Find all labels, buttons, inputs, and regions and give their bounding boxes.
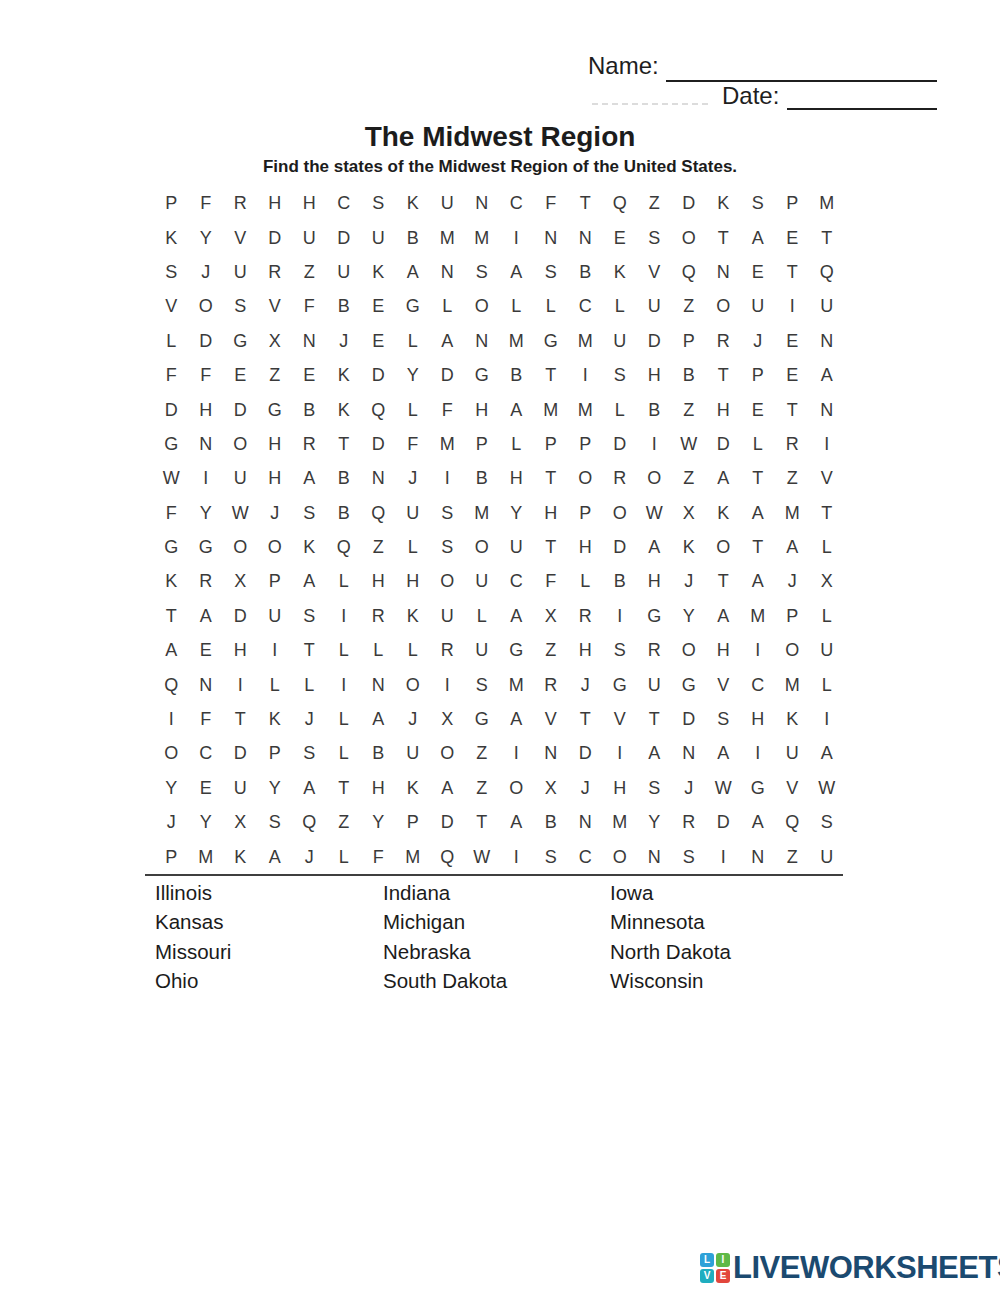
grid-cell-r20c15[interactable]: N — [637, 839, 672, 873]
grid-cell-r8c4[interactable]: H — [258, 427, 293, 461]
grid-cell-r19c6[interactable]: Z — [327, 805, 362, 839]
grid-cell-r1c15[interactable]: Z — [637, 186, 672, 220]
grid-cell-r11c15[interactable]: A — [637, 530, 672, 564]
grid-cell-r17c11[interactable]: I — [499, 736, 534, 770]
grid-cell-r7c13[interactable]: M — [568, 392, 603, 426]
grid-cell-r10c17[interactable]: K — [706, 496, 741, 530]
grid-cell-r15c8[interactable]: O — [396, 667, 431, 701]
grid-cell-r17c18[interactable]: I — [741, 736, 776, 770]
grid-cell-r19c1[interactable]: J — [154, 805, 189, 839]
grid-cell-r6c3[interactable]: E — [223, 358, 258, 392]
grid-cell-r12c12[interactable]: F — [534, 564, 569, 598]
grid-cell-r14c4[interactable]: I — [258, 633, 293, 667]
grid-cell-r1c5[interactable]: H — [292, 186, 327, 220]
grid-cell-r15c17[interactable]: V — [706, 667, 741, 701]
grid-cell-r5c7[interactable]: E — [361, 324, 396, 358]
grid-cell-r20c1[interactable]: P — [154, 839, 189, 873]
grid-cell-r13c18[interactable]: M — [741, 599, 776, 633]
grid-cell-r6c18[interactable]: P — [741, 358, 776, 392]
grid-cell-r1c1[interactable]: P — [154, 186, 189, 220]
grid-cell-r13c20[interactable]: L — [810, 599, 845, 633]
grid-cell-r6c11[interactable]: B — [499, 358, 534, 392]
grid-cell-r11c1[interactable]: G — [154, 530, 189, 564]
grid-cell-r10c9[interactable]: S — [430, 496, 465, 530]
grid-cell-r15c10[interactable]: S — [465, 667, 500, 701]
grid-cell-r15c7[interactable]: N — [361, 667, 396, 701]
grid-cell-r20c2[interactable]: M — [189, 839, 224, 873]
grid-cell-r8c2[interactable]: N — [189, 427, 224, 461]
grid-cell-r17c1[interactable]: O — [154, 736, 189, 770]
grid-cell-r12c17[interactable]: T — [706, 564, 741, 598]
grid-cell-r4c20[interactable]: U — [810, 289, 845, 323]
grid-cell-r10c8[interactable]: U — [396, 496, 431, 530]
grid-cell-r7c11[interactable]: A — [499, 392, 534, 426]
grid-cell-r17c6[interactable]: L — [327, 736, 362, 770]
grid-cell-r3c9[interactable]: N — [430, 255, 465, 289]
grid-cell-r10c7[interactable]: Q — [361, 496, 396, 530]
grid-cell-r18c20[interactable]: W — [810, 771, 845, 805]
grid-cell-r8c9[interactable]: M — [430, 427, 465, 461]
grid-cell-r18c5[interactable]: A — [292, 771, 327, 805]
grid-cell-r2c7[interactable]: U — [361, 220, 396, 254]
grid-cell-r18c15[interactable]: S — [637, 771, 672, 805]
grid-cell-r19c11[interactable]: A — [499, 805, 534, 839]
grid-cell-r20c8[interactable]: M — [396, 839, 431, 873]
grid-cell-r16c9[interactable]: X — [430, 702, 465, 736]
grid-cell-r20c3[interactable]: K — [223, 839, 258, 873]
grid-cell-r4c9[interactable]: L — [430, 289, 465, 323]
grid-cell-r13c15[interactable]: G — [637, 599, 672, 633]
grid-cell-r16c13[interactable]: T — [568, 702, 603, 736]
grid-cell-r13c6[interactable]: I — [327, 599, 362, 633]
grid-cell-r10c4[interactable]: J — [258, 496, 293, 530]
grid-cell-r14c2[interactable]: E — [189, 633, 224, 667]
grid-cell-r2c12[interactable]: N — [534, 220, 569, 254]
grid-cell-r19c3[interactable]: X — [223, 805, 258, 839]
grid-cell-r18c18[interactable]: G — [741, 771, 776, 805]
grid-cell-r18c9[interactable]: A — [430, 771, 465, 805]
grid-cell-r15c11[interactable]: M — [499, 667, 534, 701]
grid-cell-r6c13[interactable]: I — [568, 358, 603, 392]
grid-cell-r4c19[interactable]: I — [775, 289, 810, 323]
grid-cell-r17c12[interactable]: N — [534, 736, 569, 770]
grid-cell-r13c11[interactable]: A — [499, 599, 534, 633]
grid-cell-r20c11[interactable]: I — [499, 839, 534, 873]
grid-cell-r5c17[interactable]: R — [706, 324, 741, 358]
grid-cell-r2c18[interactable]: A — [741, 220, 776, 254]
grid-cell-r3c10[interactable]: S — [465, 255, 500, 289]
grid-cell-r2c6[interactable]: D — [327, 220, 362, 254]
grid-cell-r10c1[interactable]: F — [154, 496, 189, 530]
grid-cell-r14c1[interactable]: A — [154, 633, 189, 667]
grid-cell-r8c3[interactable]: O — [223, 427, 258, 461]
grid-cell-r5c13[interactable]: M — [568, 324, 603, 358]
grid-cell-r5c9[interactable]: A — [430, 324, 465, 358]
grid-cell-r9c6[interactable]: B — [327, 461, 362, 495]
grid-cell-r6c9[interactable]: D — [430, 358, 465, 392]
grid-cell-r9c8[interactable]: J — [396, 461, 431, 495]
grid-cell-r11c4[interactable]: O — [258, 530, 293, 564]
grid-cell-r15c9[interactable]: I — [430, 667, 465, 701]
grid-cell-r1c6[interactable]: C — [327, 186, 362, 220]
grid-cell-r16c16[interactable]: D — [672, 702, 707, 736]
grid-cell-r7c16[interactable]: Z — [672, 392, 707, 426]
grid-cell-r2c10[interactable]: M — [465, 220, 500, 254]
grid-cell-r9c12[interactable]: T — [534, 461, 569, 495]
grid-cell-r9c7[interactable]: N — [361, 461, 396, 495]
grid-cell-r14c17[interactable]: H — [706, 633, 741, 667]
grid-cell-r3c15[interactable]: V — [637, 255, 672, 289]
grid-cell-r1c7[interactable]: S — [361, 186, 396, 220]
grid-cell-r12c10[interactable]: U — [465, 564, 500, 598]
grid-cell-r18c11[interactable]: O — [499, 771, 534, 805]
grid-cell-r8c19[interactable]: R — [775, 427, 810, 461]
grid-cell-r10c14[interactable]: O — [603, 496, 638, 530]
grid-cell-r17c14[interactable]: I — [603, 736, 638, 770]
grid-cell-r7c10[interactable]: H — [465, 392, 500, 426]
grid-cell-r14c14[interactable]: S — [603, 633, 638, 667]
grid-cell-r12c9[interactable]: O — [430, 564, 465, 598]
grid-cell-r1c19[interactable]: P — [775, 186, 810, 220]
grid-cell-r12c5[interactable]: A — [292, 564, 327, 598]
grid-cell-r12c6[interactable]: L — [327, 564, 362, 598]
grid-cell-r4c15[interactable]: U — [637, 289, 672, 323]
grid-cell-r13c19[interactable]: P — [775, 599, 810, 633]
grid-cell-r2c9[interactable]: M — [430, 220, 465, 254]
grid-cell-r1c13[interactable]: T — [568, 186, 603, 220]
grid-cell-r8c1[interactable]: G — [154, 427, 189, 461]
grid-cell-r5c20[interactable]: N — [810, 324, 845, 358]
grid-cell-r6c14[interactable]: S — [603, 358, 638, 392]
grid-cell-r20c9[interactable]: Q — [430, 839, 465, 873]
grid-cell-r13c3[interactable]: D — [223, 599, 258, 633]
grid-cell-r8c6[interactable]: T — [327, 427, 362, 461]
grid-cell-r14c10[interactable]: U — [465, 633, 500, 667]
grid-cell-r4c11[interactable]: L — [499, 289, 534, 323]
grid-cell-r18c17[interactable]: W — [706, 771, 741, 805]
grid-cell-r9c19[interactable]: Z — [775, 461, 810, 495]
grid-cell-r20c10[interactable]: W — [465, 839, 500, 873]
grid-cell-r20c19[interactable]: Z — [775, 839, 810, 873]
grid-cell-r4c13[interactable]: C — [568, 289, 603, 323]
grid-cell-r12c2[interactable]: R — [189, 564, 224, 598]
grid-cell-r19c20[interactable]: S — [810, 805, 845, 839]
grid-cell-r16c12[interactable]: V — [534, 702, 569, 736]
grid-cell-r11c16[interactable]: K — [672, 530, 707, 564]
grid-cell-r8c17[interactable]: D — [706, 427, 741, 461]
grid-cell-r5c16[interactable]: P — [672, 324, 707, 358]
grid-cell-r2c17[interactable]: T — [706, 220, 741, 254]
grid-cell-r3c8[interactable]: A — [396, 255, 431, 289]
grid-cell-r16c17[interactable]: S — [706, 702, 741, 736]
grid-cell-r10c20[interactable]: T — [810, 496, 845, 530]
grid-cell-r17c8[interactable]: U — [396, 736, 431, 770]
grid-cell-r5c11[interactable]: M — [499, 324, 534, 358]
grid-cell-r13c8[interactable]: K — [396, 599, 431, 633]
grid-cell-r5c12[interactable]: G — [534, 324, 569, 358]
grid-cell-r8c12[interactable]: P — [534, 427, 569, 461]
grid-cell-r10c16[interactable]: X — [672, 496, 707, 530]
grid-cell-r1c2[interactable]: F — [189, 186, 224, 220]
grid-cell-r13c7[interactable]: R — [361, 599, 396, 633]
grid-cell-r15c20[interactable]: L — [810, 667, 845, 701]
grid-cell-r19c4[interactable]: S — [258, 805, 293, 839]
grid-cell-r9c20[interactable]: V — [810, 461, 845, 495]
grid-cell-r4c10[interactable]: O — [465, 289, 500, 323]
grid-cell-r4c14[interactable]: L — [603, 289, 638, 323]
grid-cell-r11c12[interactable]: T — [534, 530, 569, 564]
grid-cell-r13c14[interactable]: I — [603, 599, 638, 633]
grid-cell-r10c19[interactable]: M — [775, 496, 810, 530]
grid-cell-r2c14[interactable]: E — [603, 220, 638, 254]
grid-cell-r19c15[interactable]: Y — [637, 805, 672, 839]
grid-cell-r15c14[interactable]: G — [603, 667, 638, 701]
grid-cell-r15c2[interactable]: N — [189, 667, 224, 701]
grid-cell-r1c14[interactable]: Q — [603, 186, 638, 220]
grid-cell-r11c17[interactable]: O — [706, 530, 741, 564]
grid-cell-r17c19[interactable]: U — [775, 736, 810, 770]
grid-cell-r5c1[interactable]: L — [154, 324, 189, 358]
grid-cell-r10c12[interactable]: H — [534, 496, 569, 530]
grid-cell-r16c14[interactable]: V — [603, 702, 638, 736]
grid-cell-r9c14[interactable]: R — [603, 461, 638, 495]
grid-cell-r19c8[interactable]: P — [396, 805, 431, 839]
grid-cell-r5c5[interactable]: N — [292, 324, 327, 358]
grid-cell-r8c7[interactable]: D — [361, 427, 396, 461]
grid-cell-r11c13[interactable]: H — [568, 530, 603, 564]
grid-cell-r7c3[interactable]: D — [223, 392, 258, 426]
grid-cell-r2c8[interactable]: B — [396, 220, 431, 254]
grid-cell-r16c15[interactable]: T — [637, 702, 672, 736]
grid-cell-r12c14[interactable]: B — [603, 564, 638, 598]
grid-cell-r16c19[interactable]: K — [775, 702, 810, 736]
grid-cell-r1c17[interactable]: K — [706, 186, 741, 220]
grid-cell-r18c13[interactable]: J — [568, 771, 603, 805]
grid-cell-r3c20[interactable]: Q — [810, 255, 845, 289]
grid-cell-r12c18[interactable]: A — [741, 564, 776, 598]
grid-cell-r19c18[interactable]: A — [741, 805, 776, 839]
grid-cell-r7c6[interactable]: K — [327, 392, 362, 426]
grid-cell-r18c1[interactable]: Y — [154, 771, 189, 805]
grid-cell-r7c7[interactable]: Q — [361, 392, 396, 426]
grid-cell-r3c5[interactable]: Z — [292, 255, 327, 289]
grid-cell-r6c19[interactable]: E — [775, 358, 810, 392]
grid-cell-r9c2[interactable]: I — [189, 461, 224, 495]
grid-cell-r8c10[interactable]: P — [465, 427, 500, 461]
grid-cell-r12c3[interactable]: X — [223, 564, 258, 598]
grid-cell-r3c16[interactable]: Q — [672, 255, 707, 289]
grid-cell-r8c20[interactable]: I — [810, 427, 845, 461]
grid-cell-r19c12[interactable]: B — [534, 805, 569, 839]
grid-cell-r12c1[interactable]: K — [154, 564, 189, 598]
grid-cell-r14c8[interactable]: L — [396, 633, 431, 667]
grid-cell-r10c3[interactable]: W — [223, 496, 258, 530]
grid-cell-r3c7[interactable]: K — [361, 255, 396, 289]
grid-cell-r15c13[interactable]: J — [568, 667, 603, 701]
grid-cell-r4c16[interactable]: Z — [672, 289, 707, 323]
grid-cell-r6c2[interactable]: F — [189, 358, 224, 392]
grid-cell-r20c14[interactable]: O — [603, 839, 638, 873]
grid-cell-r5c3[interactable]: G — [223, 324, 258, 358]
grid-cell-r13c9[interactable]: U — [430, 599, 465, 633]
grid-cell-r12c8[interactable]: H — [396, 564, 431, 598]
grid-cell-r12c4[interactable]: P — [258, 564, 293, 598]
grid-cell-r14c12[interactable]: Z — [534, 633, 569, 667]
grid-cell-r9c3[interactable]: U — [223, 461, 258, 495]
grid-cell-r15c18[interactable]: C — [741, 667, 776, 701]
grid-cell-r14c3[interactable]: H — [223, 633, 258, 667]
grid-cell-r11c3[interactable]: O — [223, 530, 258, 564]
grid-cell-r19c16[interactable]: R — [672, 805, 707, 839]
date-input-line[interactable] — [787, 108, 937, 110]
grid-cell-r6c12[interactable]: T — [534, 358, 569, 392]
grid-cell-r4c18[interactable]: U — [741, 289, 776, 323]
grid-cell-r9c1[interactable]: W — [154, 461, 189, 495]
grid-cell-r8c8[interactable]: F — [396, 427, 431, 461]
grid-cell-r14c15[interactable]: R — [637, 633, 672, 667]
grid-cell-r17c10[interactable]: Z — [465, 736, 500, 770]
grid-cell-r9c9[interactable]: I — [430, 461, 465, 495]
grid-cell-r20c4[interactable]: A — [258, 839, 293, 873]
grid-cell-r17c3[interactable]: D — [223, 736, 258, 770]
grid-cell-r6c7[interactable]: D — [361, 358, 396, 392]
grid-cell-r15c5[interactable]: L — [292, 667, 327, 701]
grid-cell-r16c18[interactable]: H — [741, 702, 776, 736]
grid-cell-r2c1[interactable]: K — [154, 220, 189, 254]
grid-cell-r5c8[interactable]: L — [396, 324, 431, 358]
grid-cell-r2c11[interactable]: I — [499, 220, 534, 254]
grid-cell-r2c3[interactable]: V — [223, 220, 258, 254]
grid-cell-r9c5[interactable]: A — [292, 461, 327, 495]
grid-cell-r16c8[interactable]: J — [396, 702, 431, 736]
grid-cell-r10c18[interactable]: A — [741, 496, 776, 530]
grid-cell-r5c15[interactable]: D — [637, 324, 672, 358]
grid-cell-r1c9[interactable]: U — [430, 186, 465, 220]
grid-cell-r2c20[interactable]: T — [810, 220, 845, 254]
grid-cell-r3c19[interactable]: T — [775, 255, 810, 289]
grid-cell-r4c17[interactable]: O — [706, 289, 741, 323]
grid-cell-r9c18[interactable]: T — [741, 461, 776, 495]
grid-cell-r12c16[interactable]: J — [672, 564, 707, 598]
grid-cell-r15c4[interactable]: L — [258, 667, 293, 701]
grid-cell-r10c2[interactable]: Y — [189, 496, 224, 530]
grid-cell-r20c18[interactable]: N — [741, 839, 776, 873]
grid-cell-r16c4[interactable]: K — [258, 702, 293, 736]
grid-cell-r3c1[interactable]: S — [154, 255, 189, 289]
grid-cell-r14c18[interactable]: I — [741, 633, 776, 667]
grid-cell-r14c6[interactable]: L — [327, 633, 362, 667]
grid-cell-r13c10[interactable]: L — [465, 599, 500, 633]
grid-cell-r19c13[interactable]: N — [568, 805, 603, 839]
grid-cell-r6c15[interactable]: H — [637, 358, 672, 392]
grid-cell-r11c20[interactable]: L — [810, 530, 845, 564]
grid-cell-r1c10[interactable]: N — [465, 186, 500, 220]
grid-cell-r18c3[interactable]: U — [223, 771, 258, 805]
grid-cell-r4c8[interactable]: G — [396, 289, 431, 323]
grid-cell-r20c5[interactable]: J — [292, 839, 327, 873]
grid-cell-r16c7[interactable]: A — [361, 702, 396, 736]
grid-cell-r3c3[interactable]: U — [223, 255, 258, 289]
grid-cell-r6c1[interactable]: F — [154, 358, 189, 392]
grid-cell-r8c16[interactable]: W — [672, 427, 707, 461]
grid-cell-r13c2[interactable]: A — [189, 599, 224, 633]
grid-cell-r18c8[interactable]: K — [396, 771, 431, 805]
grid-cell-r4c6[interactable]: B — [327, 289, 362, 323]
grid-cell-r8c14[interactable]: D — [603, 427, 638, 461]
grid-cell-r15c1[interactable]: Q — [154, 667, 189, 701]
grid-cell-r15c15[interactable]: U — [637, 667, 672, 701]
grid-cell-r6c17[interactable]: T — [706, 358, 741, 392]
grid-cell-r5c4[interactable]: X — [258, 324, 293, 358]
grid-cell-r11c9[interactable]: S — [430, 530, 465, 564]
grid-cell-r11c19[interactable]: A — [775, 530, 810, 564]
grid-cell-r6c10[interactable]: G — [465, 358, 500, 392]
grid-cell-r16c6[interactable]: L — [327, 702, 362, 736]
grid-cell-r19c14[interactable]: M — [603, 805, 638, 839]
grid-cell-r19c2[interactable]: Y — [189, 805, 224, 839]
grid-cell-r15c16[interactable]: G — [672, 667, 707, 701]
grid-cell-r1c18[interactable]: S — [741, 186, 776, 220]
grid-cell-r17c16[interactable]: N — [672, 736, 707, 770]
grid-cell-r4c7[interactable]: E — [361, 289, 396, 323]
grid-cell-r11c6[interactable]: Q — [327, 530, 362, 564]
grid-cell-r9c4[interactable]: H — [258, 461, 293, 495]
grid-cell-r5c14[interactable]: U — [603, 324, 638, 358]
grid-cell-r13c17[interactable]: A — [706, 599, 741, 633]
grid-cell-r1c11[interactable]: C — [499, 186, 534, 220]
grid-cell-r19c19[interactable]: Q — [775, 805, 810, 839]
grid-cell-r20c6[interactable]: L — [327, 839, 362, 873]
grid-cell-r7c15[interactable]: B — [637, 392, 672, 426]
grid-cell-r10c10[interactable]: M — [465, 496, 500, 530]
grid-cell-r9c11[interactable]: H — [499, 461, 534, 495]
grid-cell-r5c19[interactable]: E — [775, 324, 810, 358]
grid-cell-r18c16[interactable]: J — [672, 771, 707, 805]
grid-cell-r19c10[interactable]: T — [465, 805, 500, 839]
grid-cell-r8c5[interactable]: R — [292, 427, 327, 461]
grid-cell-r11c11[interactable]: U — [499, 530, 534, 564]
grid-cell-r2c4[interactable]: D — [258, 220, 293, 254]
grid-cell-r17c9[interactable]: O — [430, 736, 465, 770]
grid-cell-r17c4[interactable]: P — [258, 736, 293, 770]
grid-cell-r5c18[interactable]: J — [741, 324, 776, 358]
grid-cell-r20c20[interactable]: U — [810, 839, 845, 873]
grid-cell-r16c2[interactable]: F — [189, 702, 224, 736]
grid-cell-r19c17[interactable]: D — [706, 805, 741, 839]
grid-cell-r11c10[interactable]: O — [465, 530, 500, 564]
grid-cell-r4c5[interactable]: F — [292, 289, 327, 323]
grid-cell-r14c13[interactable]: H — [568, 633, 603, 667]
grid-cell-r4c3[interactable]: S — [223, 289, 258, 323]
grid-cell-r3c11[interactable]: A — [499, 255, 534, 289]
grid-cell-r7c8[interactable]: L — [396, 392, 431, 426]
grid-cell-r16c10[interactable]: G — [465, 702, 500, 736]
grid-cell-r8c18[interactable]: L — [741, 427, 776, 461]
grid-cell-r3c4[interactable]: R — [258, 255, 293, 289]
grid-cell-r7c19[interactable]: T — [775, 392, 810, 426]
grid-cell-r14c9[interactable]: R — [430, 633, 465, 667]
grid-cell-r7c2[interactable]: H — [189, 392, 224, 426]
grid-cell-r13c13[interactable]: R — [568, 599, 603, 633]
grid-cell-r8c13[interactable]: P — [568, 427, 603, 461]
grid-cell-r5c6[interactable]: J — [327, 324, 362, 358]
grid-cell-r2c2[interactable]: Y — [189, 220, 224, 254]
grid-cell-r14c20[interactable]: U — [810, 633, 845, 667]
grid-cell-r9c13[interactable]: O — [568, 461, 603, 495]
grid-cell-r17c2[interactable]: C — [189, 736, 224, 770]
grid-cell-r7c12[interactable]: M — [534, 392, 569, 426]
grid-cell-r20c7[interactable]: F — [361, 839, 396, 873]
